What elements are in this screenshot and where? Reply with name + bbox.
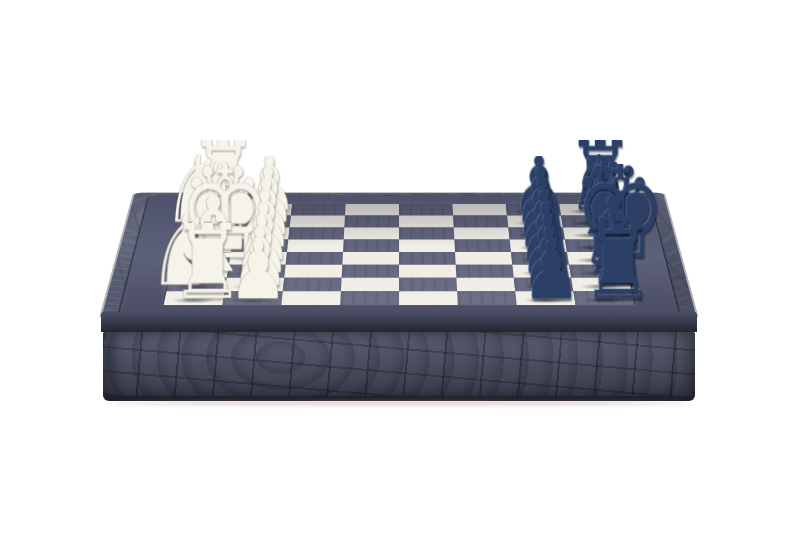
square-g4 <box>341 278 399 291</box>
square-h7: ♟ <box>515 291 575 305</box>
floor-shadow <box>112 401 688 405</box>
chess-box-lid: ♜♟♟♜♞♟♟♞♝♟♟♝♛♟♟♛♚♟♟♚♝♟♟♝♞♟♟♞♜♟♟♜ <box>101 193 697 319</box>
piece-bR-h8: ♜ <box>581 223 628 302</box>
square-b5 <box>399 216 454 228</box>
piece-wR-h1: ♜ <box>170 223 217 302</box>
square-b3 <box>290 216 345 228</box>
piece-wP-h2: ♟ <box>229 240 276 301</box>
square-f5 <box>399 265 456 278</box>
square-a4 <box>345 204 399 216</box>
square-h2: ♟ <box>222 291 282 305</box>
square-g6 <box>456 278 515 291</box>
square-c6 <box>454 227 510 239</box>
square-f6 <box>456 265 514 278</box>
square-h8: ♜ <box>573 291 634 305</box>
box-front-face <box>103 332 695 401</box>
square-a3 <box>291 204 346 216</box>
square-a6 <box>452 204 507 216</box>
square-e6 <box>455 252 512 265</box>
square-e3 <box>286 252 343 265</box>
square-d4 <box>343 240 399 252</box>
square-h1: ♜ <box>164 291 225 305</box>
square-g5 <box>399 278 457 291</box>
square-e5 <box>399 252 456 265</box>
square-b6 <box>453 216 508 228</box>
square-b4 <box>344 216 399 228</box>
lid-front-edge <box>101 312 697 332</box>
square-h4 <box>340 291 399 305</box>
square-g3 <box>283 278 342 291</box>
square-c5 <box>399 227 454 239</box>
square-h5 <box>399 291 458 305</box>
square-h6 <box>457 291 517 305</box>
piece-bP-h7: ♟ <box>522 240 569 301</box>
square-f3 <box>284 265 342 278</box>
square-f4 <box>342 265 399 278</box>
square-e4 <box>342 252 399 265</box>
square-c3 <box>288 227 344 239</box>
product-photo-scene: ♜♟♟♜♞♟♟♞♝♟♟♝♛♟♟♛♚♟♟♚♝♟♟♝♞♟♟♞♜♟♟♜ <box>0 0 800 533</box>
square-d6 <box>454 240 511 252</box>
square-d3 <box>287 240 344 252</box>
square-d5 <box>399 240 455 252</box>
square-h3 <box>281 291 341 305</box>
square-a5 <box>399 204 453 216</box>
square-c4 <box>344 227 399 239</box>
